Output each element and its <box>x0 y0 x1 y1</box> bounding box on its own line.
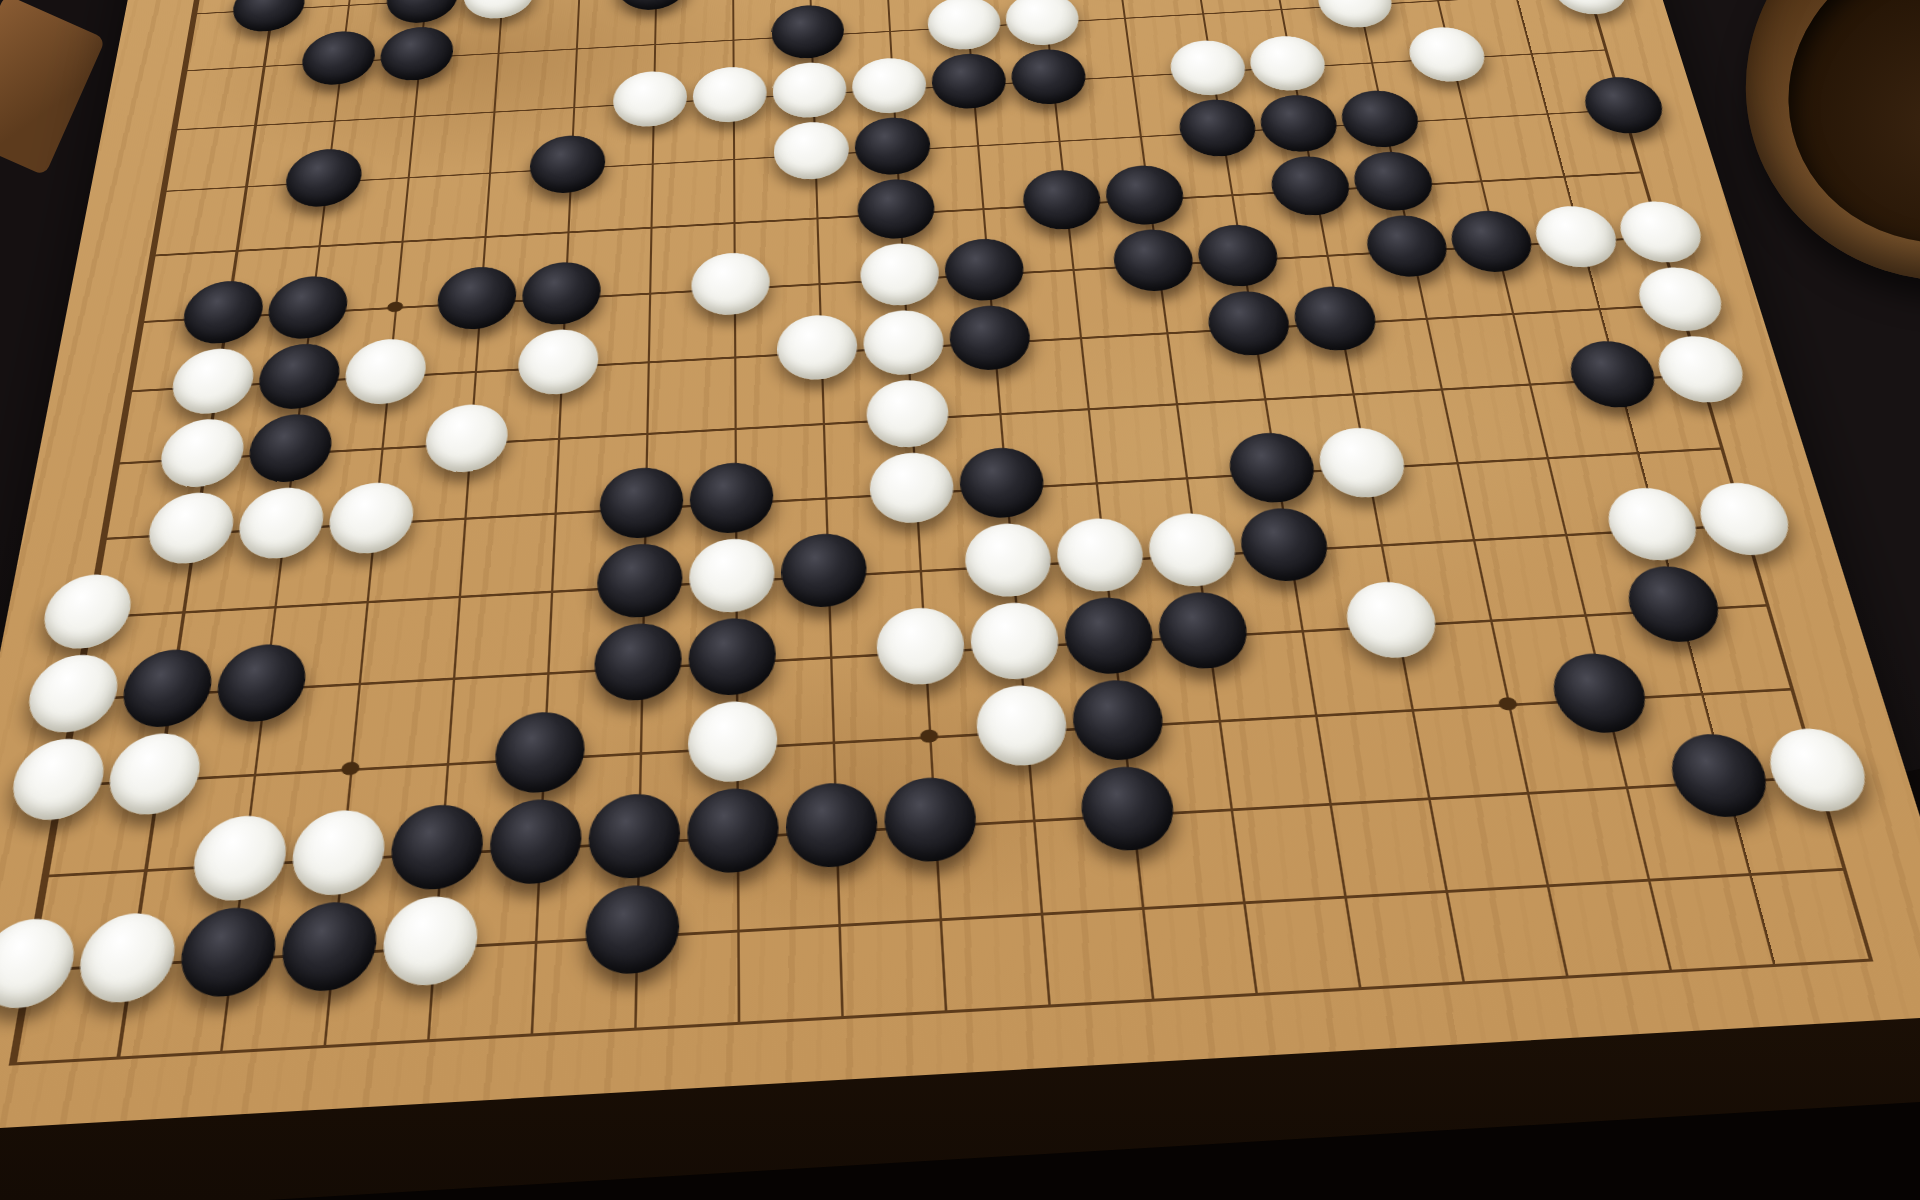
star-point <box>387 301 404 312</box>
star-point <box>1497 697 1518 711</box>
go-board-photo <box>0 0 1920 1200</box>
go-board <box>0 0 1920 1143</box>
star-point <box>341 761 360 775</box>
star-point <box>920 729 939 743</box>
